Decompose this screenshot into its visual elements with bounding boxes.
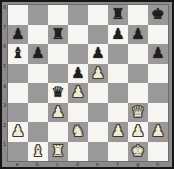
piece-white-knight: ♞ bbox=[71, 124, 84, 139]
square-g4[interactable] bbox=[128, 83, 148, 103]
square-c2[interactable] bbox=[48, 122, 68, 142]
square-a7[interactable]: ♟ bbox=[8, 25, 28, 45]
square-a1[interactable] bbox=[8, 142, 28, 162]
file-label-d: d bbox=[67, 161, 87, 167]
file-label-f: f bbox=[108, 161, 128, 167]
square-a3[interactable] bbox=[8, 103, 28, 123]
file-label-h: h bbox=[148, 161, 168, 167]
piece-white-pawn: ♟ bbox=[51, 104, 64, 119]
square-h3[interactable] bbox=[148, 103, 168, 123]
square-h2[interactable]: ♟ bbox=[148, 122, 168, 142]
square-c8[interactable] bbox=[48, 5, 68, 25]
square-f4[interactable] bbox=[108, 83, 128, 103]
piece-black-pawn: ♟ bbox=[91, 46, 104, 61]
file-label-c: c bbox=[47, 161, 67, 167]
square-d1[interactable] bbox=[68, 142, 88, 162]
piece-white-king: ♚ bbox=[131, 143, 144, 158]
piece-black-pawn: ♟ bbox=[111, 26, 124, 41]
square-b2[interactable] bbox=[28, 122, 48, 142]
square-e3[interactable] bbox=[88, 103, 108, 123]
square-d8[interactable] bbox=[68, 5, 88, 25]
piece-black-pawn: ♟ bbox=[11, 26, 24, 41]
chess-diagram: 87654321 ♜♚♟♜♟♟♝♟♟♟♟♟♛♟♟♛♟♞♟♟♟♝♜♚ abcdef… bbox=[0, 0, 174, 169]
file-label-g: g bbox=[128, 161, 148, 167]
file-labels: abcdefgh bbox=[7, 161, 168, 167]
square-g6[interactable] bbox=[128, 44, 148, 64]
square-a5[interactable] bbox=[8, 64, 28, 84]
piece-white-pawn: ♟ bbox=[111, 124, 124, 139]
square-f2[interactable]: ♟ bbox=[108, 122, 128, 142]
piece-black-king: ♚ bbox=[151, 7, 164, 22]
square-e8[interactable] bbox=[88, 5, 108, 25]
square-b7[interactable] bbox=[28, 25, 48, 45]
square-e6[interactable]: ♟ bbox=[88, 44, 108, 64]
square-d6[interactable] bbox=[68, 44, 88, 64]
square-b3[interactable] bbox=[28, 103, 48, 123]
square-g3[interactable]: ♛ bbox=[128, 103, 148, 123]
square-a6[interactable]: ♝ bbox=[8, 44, 28, 64]
piece-white-queen: ♛ bbox=[131, 104, 144, 119]
file-label-a: a bbox=[7, 161, 27, 167]
piece-white-pawn: ♟ bbox=[131, 124, 144, 139]
piece-white-pawn: ♟ bbox=[91, 65, 104, 80]
square-a2[interactable]: ♟ bbox=[8, 122, 28, 142]
square-h7[interactable] bbox=[148, 25, 168, 45]
square-c5[interactable] bbox=[48, 64, 68, 84]
square-c1[interactable]: ♜ bbox=[48, 142, 68, 162]
square-h6[interactable]: ♟ bbox=[148, 44, 168, 64]
square-g1[interactable]: ♚ bbox=[128, 142, 148, 162]
square-h5[interactable] bbox=[148, 64, 168, 84]
square-g2[interactable]: ♟ bbox=[128, 122, 148, 142]
square-e5[interactable]: ♟ bbox=[88, 64, 108, 84]
square-f7[interactable]: ♟ bbox=[108, 25, 128, 45]
square-d2[interactable]: ♞ bbox=[68, 122, 88, 142]
square-f5[interactable] bbox=[108, 64, 128, 84]
piece-white-pawn: ♟ bbox=[151, 124, 164, 139]
piece-black-pawn: ♟ bbox=[131, 26, 144, 41]
file-label-b: b bbox=[27, 161, 47, 167]
square-f8[interactable]: ♜ bbox=[108, 5, 128, 25]
square-e1[interactable] bbox=[88, 142, 108, 162]
square-c6[interactable] bbox=[48, 44, 68, 64]
square-d5[interactable]: ♟ bbox=[68, 64, 88, 84]
square-g5[interactable] bbox=[128, 64, 148, 84]
square-c3[interactable]: ♟ bbox=[48, 103, 68, 123]
piece-black-rook: ♜ bbox=[51, 26, 64, 41]
square-c7[interactable]: ♜ bbox=[48, 25, 68, 45]
square-f3[interactable] bbox=[108, 103, 128, 123]
piece-white-rook: ♜ bbox=[51, 143, 64, 158]
square-a4[interactable] bbox=[8, 83, 28, 103]
piece-black-pawn: ♟ bbox=[31, 46, 44, 61]
square-b5[interactable] bbox=[28, 64, 48, 84]
piece-white-pawn: ♟ bbox=[71, 85, 84, 100]
square-e7[interactable] bbox=[88, 25, 108, 45]
piece-black-bishop: ♝ bbox=[11, 46, 24, 61]
square-b4[interactable] bbox=[28, 83, 48, 103]
piece-black-rook: ♜ bbox=[111, 7, 124, 22]
piece-black-queen: ♛ bbox=[51, 85, 64, 100]
square-c4[interactable]: ♛ bbox=[48, 83, 68, 103]
square-f1[interactable] bbox=[108, 142, 128, 162]
square-d7[interactable] bbox=[68, 25, 88, 45]
square-b8[interactable] bbox=[28, 5, 48, 25]
piece-white-bishop: ♝ bbox=[31, 143, 44, 158]
square-e2[interactable] bbox=[88, 122, 108, 142]
chess-board: ♜♚♟♜♟♟♝♟♟♟♟♟♛♟♟♛♟♞♟♟♟♝♜♚ bbox=[7, 4, 169, 162]
file-label-e: e bbox=[88, 161, 108, 167]
square-g7[interactable]: ♟ bbox=[128, 25, 148, 45]
square-h8[interactable]: ♚ bbox=[148, 5, 168, 25]
square-d4[interactable]: ♟ bbox=[68, 83, 88, 103]
square-f6[interactable] bbox=[108, 44, 128, 64]
piece-black-pawn: ♟ bbox=[71, 65, 84, 80]
square-g8[interactable] bbox=[128, 5, 148, 25]
square-h1[interactable] bbox=[148, 142, 168, 162]
square-b6[interactable]: ♟ bbox=[28, 44, 48, 64]
square-d3[interactable] bbox=[68, 103, 88, 123]
square-e4[interactable] bbox=[88, 83, 108, 103]
square-b1[interactable]: ♝ bbox=[28, 142, 48, 162]
piece-black-pawn: ♟ bbox=[151, 46, 164, 61]
square-a8[interactable] bbox=[8, 5, 28, 25]
piece-white-pawn: ♟ bbox=[11, 124, 24, 139]
square-h4[interactable] bbox=[148, 83, 168, 103]
